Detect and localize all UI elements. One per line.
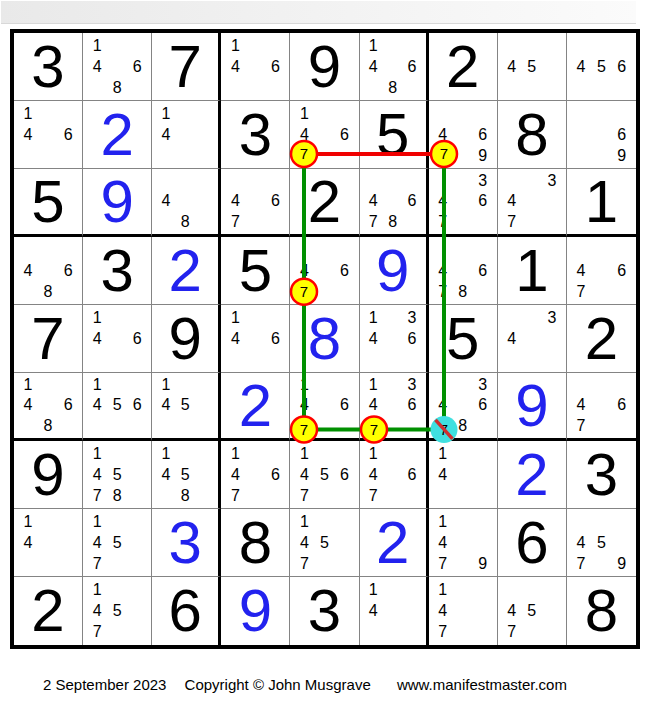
cell-r7c2[interactable]: 14578 bbox=[83, 441, 152, 509]
candidate-empty bbox=[127, 579, 147, 600]
candidate-empty bbox=[265, 485, 285, 506]
candidate-empty bbox=[591, 511, 611, 532]
candidate-6: 6 bbox=[473, 395, 493, 415]
cell-r8c5[interactable]: 1457 bbox=[290, 509, 359, 577]
candidate-empty bbox=[127, 443, 147, 464]
cell-r2c2[interactable]: 2 bbox=[83, 101, 152, 169]
candidate-empty bbox=[245, 77, 265, 98]
solved-digit: 9 bbox=[360, 237, 426, 304]
candidate-empty bbox=[38, 375, 58, 395]
candidate-empty bbox=[314, 145, 334, 166]
given-digit: 2 bbox=[290, 169, 358, 234]
cell-r4c4[interactable]: 5 bbox=[221, 237, 290, 305]
candidate-empty bbox=[107, 579, 127, 600]
candidate-empty bbox=[107, 553, 127, 574]
cell-r2c9[interactable]: 69 bbox=[567, 101, 636, 169]
cell-r8c4[interactable]: 8 bbox=[221, 509, 290, 577]
candidate-empty bbox=[542, 622, 562, 643]
candidate-empty bbox=[522, 212, 542, 232]
candidate-empty bbox=[195, 191, 214, 211]
candidate-empty bbox=[402, 600, 421, 621]
candidate-6: 6 bbox=[265, 191, 285, 211]
cell-r9c4[interactable]: 9 bbox=[221, 577, 290, 645]
candidate-6: 6 bbox=[402, 395, 421, 415]
candidate-empty bbox=[453, 485, 473, 506]
cell-r5c7[interactable]: 5 bbox=[429, 305, 498, 373]
given-digit: 3 bbox=[221, 101, 289, 168]
given-digit: 1 bbox=[567, 169, 636, 234]
cell-r7c4[interactable]: 1467 bbox=[221, 441, 290, 509]
footer-copyright: Copyright © John Musgrave bbox=[185, 676, 371, 693]
candidate-4: 4 bbox=[571, 260, 591, 281]
candidate-empty bbox=[156, 171, 175, 191]
cell-r1c8[interactable]: 45 bbox=[498, 33, 567, 101]
cell-r1c3[interactable]: 7 bbox=[152, 33, 221, 101]
candidate-empty bbox=[225, 349, 245, 370]
candidate-1: 1 bbox=[87, 375, 107, 395]
candidate-9: 9 bbox=[473, 553, 493, 574]
candidate-empty bbox=[176, 103, 195, 124]
given-digit: 2 bbox=[14, 577, 82, 645]
candidate-empty bbox=[176, 416, 195, 436]
candidate-empty bbox=[542, 77, 562, 98]
candidate-empty bbox=[433, 171, 453, 191]
candidate-6: 6 bbox=[402, 191, 421, 211]
candidate-grid: 45 bbox=[498, 33, 566, 100]
candidate-empty bbox=[473, 464, 493, 485]
candidate-empty bbox=[38, 395, 58, 415]
candidate-7: 7 bbox=[571, 416, 591, 436]
candidate-7: 7 bbox=[87, 485, 107, 506]
candidate-3: 3 bbox=[402, 375, 421, 395]
cell-r8c7[interactable]: 1479 bbox=[429, 509, 498, 577]
candidate-empty bbox=[245, 464, 265, 485]
cell-r1c7[interactable]: 2 bbox=[429, 33, 498, 101]
candidate-7: 7 bbox=[571, 553, 591, 574]
candidate-empty bbox=[314, 395, 334, 415]
candidate-4: 4 bbox=[571, 56, 591, 77]
candidate-6: 6 bbox=[335, 124, 355, 145]
candidate-4: 4 bbox=[156, 191, 175, 211]
cell-r3c2[interactable]: 9 bbox=[83, 169, 152, 237]
cell-r5c3[interactable]: 9 bbox=[152, 305, 221, 373]
candidate-4: 4 bbox=[433, 600, 453, 621]
candidate-6: 6 bbox=[402, 328, 421, 349]
cell-r9c6[interactable]: 14 bbox=[360, 577, 429, 645]
candidate-empty bbox=[18, 145, 38, 166]
candidate-empty bbox=[383, 416, 402, 436]
candidate-1: 1 bbox=[364, 579, 383, 600]
candidate-empty bbox=[335, 553, 355, 574]
candidate-empty bbox=[58, 553, 78, 574]
candidate-4: 4 bbox=[294, 464, 314, 485]
candidate-1: 1 bbox=[294, 443, 314, 464]
candidate-empty bbox=[127, 532, 147, 553]
candidate-empty bbox=[383, 579, 402, 600]
candidate-4: 4 bbox=[87, 464, 107, 485]
cell-r6c8[interactable]: 9 bbox=[498, 373, 567, 441]
candidate-grid: 14 bbox=[360, 577, 426, 645]
cell-r2c3[interactable]: 14 bbox=[152, 101, 221, 169]
cell-r4c1[interactable]: 468 bbox=[14, 237, 83, 305]
candidate-7: 7 bbox=[433, 553, 453, 574]
candidate-empty bbox=[335, 416, 355, 436]
cell-r5c5[interactable]: 8 bbox=[290, 305, 359, 373]
candidate-empty bbox=[38, 260, 58, 281]
candidate-1: 1 bbox=[18, 511, 38, 532]
candidate-4: 4 bbox=[433, 464, 453, 485]
cell-r6c1[interactable]: 1468 bbox=[14, 373, 83, 441]
candidate-empty bbox=[542, 600, 562, 621]
candidate-empty bbox=[571, 77, 591, 98]
given-digit: 8 bbox=[221, 509, 289, 576]
candidate-grid: 3467 bbox=[429, 169, 497, 234]
candidate-grid: 14 bbox=[152, 101, 218, 168]
candidate-empty bbox=[195, 124, 214, 145]
cell-r7c9[interactable]: 3 bbox=[567, 441, 636, 509]
candidate-empty bbox=[127, 553, 147, 574]
candidate-5: 5 bbox=[107, 464, 127, 485]
candidate-grid: 146 bbox=[83, 305, 151, 372]
cell-r7c3[interactable]: 1458 bbox=[152, 441, 221, 509]
candidate-grid: 146 bbox=[14, 101, 82, 168]
candidate-empty bbox=[571, 103, 591, 124]
candidate-empty bbox=[571, 375, 591, 395]
candidate-empty bbox=[314, 511, 334, 532]
cell-r1c1[interactable]: 3 bbox=[14, 33, 83, 101]
candidate-empty bbox=[107, 375, 127, 395]
candidate-empty bbox=[402, 485, 421, 506]
candidate-empty bbox=[402, 579, 421, 600]
cell-r9c2[interactable]: 1457 bbox=[83, 577, 152, 645]
candidate-empty bbox=[195, 171, 214, 191]
cell-r9c1[interactable]: 2 bbox=[14, 577, 83, 645]
candidate-empty bbox=[176, 145, 195, 166]
candidate-empty bbox=[225, 171, 245, 191]
given-digit: 7 bbox=[14, 305, 82, 372]
cell-r7c5[interactable]: 14567 bbox=[290, 441, 359, 509]
cell-r6c2[interactable]: 1456 bbox=[83, 373, 152, 441]
candidate-5: 5 bbox=[591, 532, 611, 553]
candidate-empty bbox=[591, 553, 611, 574]
candidate-empty bbox=[591, 103, 611, 124]
cell-r9c8[interactable]: 457 bbox=[498, 577, 567, 645]
candidate-empty bbox=[612, 35, 632, 56]
cell-r4c6[interactable]: 9 bbox=[360, 237, 429, 305]
cell-r6c4[interactable]: 2 bbox=[221, 373, 290, 441]
candidate-1: 1 bbox=[364, 375, 383, 395]
candidate-empty bbox=[383, 485, 402, 506]
candidate-empty bbox=[38, 239, 58, 260]
cell-r2c7[interactable]: 4679 bbox=[429, 101, 498, 169]
cell-r3c5[interactable]: 2 bbox=[290, 169, 359, 237]
cell-r9c7[interactable]: 147 bbox=[429, 577, 498, 645]
candidate-empty bbox=[522, 328, 542, 349]
candidate-grid: 145 bbox=[152, 373, 218, 438]
candidate-empty bbox=[453, 191, 473, 211]
candidate-empty bbox=[453, 443, 473, 464]
candidate-6: 6 bbox=[402, 56, 421, 77]
candidate-empty bbox=[612, 239, 632, 260]
candidate-grid: 467 bbox=[567, 237, 636, 304]
cell-r8c1[interactable]: 14 bbox=[14, 509, 83, 577]
candidate-4: 4 bbox=[18, 124, 38, 145]
cell-r8c2[interactable]: 1457 bbox=[83, 509, 152, 577]
candidate-empty bbox=[335, 511, 355, 532]
candidate-empty bbox=[107, 416, 127, 436]
candidate-empty bbox=[38, 511, 58, 532]
candidate-empty bbox=[453, 171, 473, 191]
candidate-4: 4 bbox=[571, 532, 591, 553]
cell-r7c6[interactable]: 1467 bbox=[360, 441, 429, 509]
candidate-9: 9 bbox=[473, 145, 493, 166]
candidate-empty bbox=[127, 375, 147, 395]
cell-r4c3[interactable]: 2 bbox=[152, 237, 221, 305]
candidate-1: 1 bbox=[433, 511, 453, 532]
candidate-6: 6 bbox=[335, 260, 355, 281]
cell-r5c4[interactable]: 146 bbox=[221, 305, 290, 373]
cell-r5c8[interactable]: 34 bbox=[498, 305, 567, 373]
candidate-empty bbox=[433, 103, 453, 124]
candidate-1: 1 bbox=[156, 375, 175, 395]
cell-r4c8[interactable]: 1 bbox=[498, 237, 567, 305]
candidate-3: 3 bbox=[473, 375, 493, 395]
cell-r9c9[interactable]: 8 bbox=[567, 577, 636, 645]
cell-r1c4[interactable]: 146 bbox=[221, 33, 290, 101]
candidate-empty bbox=[383, 395, 402, 415]
candidate-7: 7 bbox=[364, 212, 383, 232]
candidate-7: 7 bbox=[364, 416, 383, 436]
given-digit: 3 bbox=[14, 33, 82, 100]
candidate-4: 4 bbox=[502, 191, 522, 211]
cell-r4c9[interactable]: 467 bbox=[567, 237, 636, 305]
cell-r5c1[interactable]: 7 bbox=[14, 305, 83, 373]
candidate-empty bbox=[245, 349, 265, 370]
candidate-empty bbox=[571, 511, 591, 532]
candidate-empty bbox=[176, 171, 195, 191]
cell-r6c5[interactable]: 1467 bbox=[290, 373, 359, 441]
footer-date: 2 September 2023 bbox=[43, 676, 166, 693]
cell-r2c1[interactable]: 146 bbox=[14, 101, 83, 169]
candidate-9: 9 bbox=[612, 553, 632, 574]
cell-r3c6[interactable]: 4678 bbox=[360, 169, 429, 237]
candidate-empty bbox=[433, 485, 453, 506]
candidate-empty bbox=[38, 145, 58, 166]
candidate-6: 6 bbox=[612, 124, 632, 145]
candidate-empty bbox=[453, 464, 473, 485]
candidate-empty bbox=[314, 103, 334, 124]
cell-r3c9[interactable]: 1 bbox=[567, 169, 636, 237]
candidate-4: 4 bbox=[364, 600, 383, 621]
footer: 2 September 2023 Copyright © John Musgra… bbox=[43, 676, 567, 693]
candidate-6: 6 bbox=[402, 464, 421, 485]
cell-r2c5[interactable]: 1467 bbox=[290, 101, 359, 169]
candidate-empty bbox=[612, 532, 632, 553]
cell-r9c5[interactable]: 3 bbox=[290, 577, 359, 645]
candidate-empty bbox=[314, 443, 334, 464]
cell-r5c6[interactable]: 1346 bbox=[360, 305, 429, 373]
candidate-empty bbox=[156, 212, 175, 232]
candidate-empty bbox=[314, 281, 334, 302]
candidate-5: 5 bbox=[522, 56, 542, 77]
candidate-grid: 1468 bbox=[83, 33, 151, 100]
candidate-6: 6 bbox=[473, 260, 493, 281]
candidate-empty bbox=[176, 443, 195, 464]
cell-r8c6[interactable]: 2 bbox=[360, 509, 429, 577]
cell-r7c7[interactable]: 14 bbox=[429, 441, 498, 509]
cell-r8c8[interactable]: 6 bbox=[498, 509, 567, 577]
cell-r9c3[interactable]: 6 bbox=[152, 577, 221, 645]
candidate-empty bbox=[107, 443, 127, 464]
given-digit: 8 bbox=[498, 101, 566, 168]
solved-digit: 9 bbox=[498, 373, 566, 438]
candidate-4: 4 bbox=[294, 124, 314, 145]
candidate-4: 4 bbox=[364, 464, 383, 485]
candidate-4: 4 bbox=[294, 260, 314, 281]
cell-r5c9[interactable]: 2 bbox=[567, 305, 636, 373]
candidate-empty bbox=[433, 375, 453, 395]
candidate-empty bbox=[58, 416, 78, 436]
candidate-empty bbox=[314, 239, 334, 260]
cell-r1c9[interactable]: 456 bbox=[567, 33, 636, 101]
cell-r3c3[interactable]: 48 bbox=[152, 169, 221, 237]
cell-r3c1[interactable]: 5 bbox=[14, 169, 83, 237]
candidate-empty bbox=[383, 349, 402, 370]
solved-digit: 2 bbox=[360, 509, 426, 576]
cell-r4c2[interactable]: 3 bbox=[83, 237, 152, 305]
candidate-6: 6 bbox=[265, 464, 285, 485]
candidate-empty bbox=[383, 328, 402, 349]
candidate-7: 7 bbox=[294, 145, 314, 166]
candidate-empty bbox=[522, 622, 542, 643]
candidate-4: 4 bbox=[87, 328, 107, 349]
cell-r7c1[interactable]: 9 bbox=[14, 441, 83, 509]
solved-digit: 9 bbox=[83, 169, 151, 234]
candidate-empty bbox=[612, 375, 632, 395]
candidate-5: 5 bbox=[107, 532, 127, 553]
cell-r7c8[interactable]: 2 bbox=[498, 441, 567, 509]
candidate-empty bbox=[195, 485, 214, 506]
candidate-empty bbox=[542, 579, 562, 600]
candidate-7: 7 bbox=[294, 281, 314, 302]
candidate-empty bbox=[502, 307, 522, 328]
candidate-empty bbox=[453, 145, 473, 166]
candidate-empty bbox=[245, 56, 265, 77]
candidate-empty bbox=[453, 553, 473, 574]
candidate-1: 1 bbox=[156, 443, 175, 464]
given-digit: 9 bbox=[14, 441, 82, 508]
cell-r6c6[interactable]: 13467 bbox=[360, 373, 429, 441]
candidate-empty bbox=[127, 485, 147, 506]
candidate-5: 5 bbox=[314, 464, 334, 485]
candidate-4: 4 bbox=[156, 464, 175, 485]
cell-r2c6[interactable]: 5 bbox=[360, 101, 429, 169]
solved-digit: 2 bbox=[221, 373, 289, 438]
candidate-grid: 1467 bbox=[221, 441, 289, 508]
candidate-5: 5 bbox=[176, 464, 195, 485]
cell-r2c4[interactable]: 3 bbox=[221, 101, 290, 169]
candidate-empty bbox=[195, 395, 214, 415]
candidate-empty bbox=[591, 239, 611, 260]
candidate-empty bbox=[612, 511, 632, 532]
given-digit: 2 bbox=[429, 33, 497, 100]
candidate-empty bbox=[195, 145, 214, 166]
cell-r3c8[interactable]: 347 bbox=[498, 169, 567, 237]
candidate-empty bbox=[453, 579, 473, 600]
cell-r6c9[interactable]: 467 bbox=[567, 373, 636, 441]
cell-r3c7[interactable]: 3467 bbox=[429, 169, 498, 237]
candidate-empty bbox=[245, 485, 265, 506]
candidate-8: 8 bbox=[176, 485, 195, 506]
candidate-empty bbox=[473, 600, 493, 621]
candidate-empty bbox=[127, 349, 147, 370]
cell-r8c3[interactable]: 3 bbox=[152, 509, 221, 577]
candidate-6: 6 bbox=[265, 56, 285, 77]
candidate-6: 6 bbox=[335, 464, 355, 485]
candidate-6: 6 bbox=[58, 124, 78, 145]
cell-r6c3[interactable]: 145 bbox=[152, 373, 221, 441]
cell-r2c8[interactable]: 8 bbox=[498, 101, 567, 169]
given-digit: 3 bbox=[290, 577, 358, 645]
candidate-empty bbox=[453, 212, 473, 232]
candidate-3: 3 bbox=[473, 171, 493, 191]
candidate-grid: 14 bbox=[429, 441, 497, 508]
candidate-7: 7 bbox=[225, 485, 245, 506]
candidate-empty bbox=[383, 35, 402, 56]
candidate-grid: 457 bbox=[498, 577, 566, 645]
cell-r3c4[interactable]: 467 bbox=[221, 169, 290, 237]
solved-digit: 2 bbox=[83, 101, 151, 168]
candidate-empty bbox=[502, 349, 522, 370]
cell-r4c5[interactable]: 467 bbox=[290, 237, 359, 305]
candidate-empty bbox=[58, 239, 78, 260]
candidate-empty bbox=[591, 375, 611, 395]
solved-digit: 3 bbox=[152, 509, 218, 576]
candidate-empty bbox=[127, 622, 147, 643]
candidate-empty bbox=[591, 395, 611, 415]
candidate-empty bbox=[335, 485, 355, 506]
candidate-empty bbox=[433, 239, 453, 260]
candidate-empty bbox=[87, 77, 107, 98]
candidate-empty bbox=[18, 239, 38, 260]
cell-r1c5[interactable]: 9 bbox=[290, 33, 359, 101]
given-digit: 2 bbox=[567, 305, 636, 372]
cell-r1c6[interactable]: 1468 bbox=[360, 33, 429, 101]
candidate-7: 7 bbox=[87, 553, 107, 574]
candidate-empty bbox=[542, 328, 562, 349]
candidate-7: 7 bbox=[294, 416, 314, 436]
candidate-9: 9 bbox=[612, 145, 632, 166]
candidate-empty bbox=[156, 416, 175, 436]
cell-r1c2[interactable]: 1468 bbox=[83, 33, 152, 101]
candidate-grid: 13467 bbox=[360, 373, 426, 438]
candidate-4: 4 bbox=[433, 395, 453, 415]
cell-r4c7[interactable]: 4678 bbox=[429, 237, 498, 305]
candidate-5: 5 bbox=[107, 395, 127, 415]
cell-r5c2[interactable]: 146 bbox=[83, 305, 152, 373]
candidate-empty bbox=[453, 103, 473, 124]
cell-r6c7[interactable]: 34678 bbox=[429, 373, 498, 441]
candidate-empty bbox=[107, 56, 127, 77]
candidate-grid: 1346 bbox=[360, 305, 426, 372]
candidate-6: 6 bbox=[265, 328, 285, 349]
cell-r8c9[interactable]: 4579 bbox=[567, 509, 636, 577]
candidate-7: 7 bbox=[364, 485, 383, 506]
candidate-1: 1 bbox=[87, 35, 107, 56]
candidate-empty bbox=[522, 307, 542, 328]
candidate-7: 7 bbox=[502, 622, 522, 643]
candidate-6: 6 bbox=[58, 395, 78, 415]
